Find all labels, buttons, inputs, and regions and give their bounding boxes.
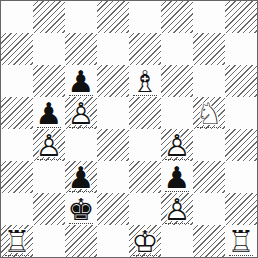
white-king-icon: ♔ <box>129 225 161 257</box>
white-knight-icon: ♘ <box>193 97 225 129</box>
square-h1[interactable]: ♜♖ <box>225 225 257 257</box>
white-pawn[interactable]: ♟♙ <box>65 97 97 129</box>
square-f1[interactable] <box>161 225 193 257</box>
black-pawn-icon: ♟ <box>65 65 97 97</box>
square-c5[interactable]: ♟♙ <box>65 97 97 129</box>
square-c6[interactable]: ♟♟ <box>65 65 97 97</box>
square-b1[interactable] <box>33 225 65 257</box>
square-h3[interactable] <box>225 161 257 193</box>
white-pawn-icon: ♙ <box>161 193 193 225</box>
black-pawn-icon: ♟ <box>33 97 65 129</box>
square-f3[interactable]: ♟♟ <box>161 161 193 193</box>
white-bishop-icon: ♗ <box>129 65 161 97</box>
square-f6[interactable] <box>161 65 193 97</box>
square-b5[interactable]: ♟♟ <box>33 97 65 129</box>
square-e4[interactable] <box>129 129 161 161</box>
square-g3[interactable] <box>193 161 225 193</box>
square-d2[interactable] <box>97 193 129 225</box>
square-f4[interactable]: ♟♙ <box>161 129 193 161</box>
square-b6[interactable] <box>33 65 65 97</box>
white-knight[interactable]: ♞♘ <box>193 97 225 129</box>
square-d7[interactable] <box>97 33 129 65</box>
white-pawn-icon: ♙ <box>33 129 65 161</box>
square-g7[interactable] <box>193 33 225 65</box>
square-h7[interactable] <box>225 33 257 65</box>
square-b7[interactable] <box>33 33 65 65</box>
white-rook-icon: ♖ <box>1 225 33 257</box>
square-g5[interactable]: ♞♘ <box>193 97 225 129</box>
square-d5[interactable] <box>97 97 129 129</box>
square-h4[interactable] <box>225 129 257 161</box>
square-a6[interactable] <box>1 65 33 97</box>
white-king[interactable]: ♚♔ <box>129 225 161 257</box>
square-g8[interactable] <box>193 1 225 33</box>
square-a5[interactable] <box>1 97 33 129</box>
white-bishop[interactable]: ♝♗ <box>129 65 161 97</box>
square-f5[interactable] <box>161 97 193 129</box>
square-d6[interactable] <box>97 65 129 97</box>
white-pawn[interactable]: ♟♙ <box>161 193 193 225</box>
square-e5[interactable] <box>129 97 161 129</box>
chess-board: ♟♟♝♗♟♟♟♙♞♘♟♙♟♙♟♟♟♟♚♚♟♙♜♖♚♔♜♖ <box>0 0 258 258</box>
square-c8[interactable] <box>65 1 97 33</box>
square-d1[interactable] <box>97 225 129 257</box>
square-a7[interactable] <box>1 33 33 65</box>
square-a8[interactable] <box>1 1 33 33</box>
white-pawn[interactable]: ♟♙ <box>161 129 193 161</box>
square-e6[interactable]: ♝♗ <box>129 65 161 97</box>
chess-diagram: ♟♟♝♗♟♟♟♙♞♘♟♙♟♙♟♟♟♟♚♚♟♙♜♖♚♔♜♖ <box>0 0 258 258</box>
black-pawn-icon: ♟ <box>65 161 97 193</box>
square-b8[interactable] <box>33 1 65 33</box>
square-e7[interactable] <box>129 33 161 65</box>
square-a4[interactable] <box>1 129 33 161</box>
square-e3[interactable] <box>129 161 161 193</box>
square-c2[interactable]: ♚♚ <box>65 193 97 225</box>
white-pawn-icon: ♙ <box>65 97 97 129</box>
square-g2[interactable] <box>193 193 225 225</box>
square-c1[interactable] <box>65 225 97 257</box>
white-pawn-icon: ♙ <box>161 129 193 161</box>
square-a3[interactable] <box>1 161 33 193</box>
square-f8[interactable] <box>161 1 193 33</box>
square-b4[interactable]: ♟♙ <box>33 129 65 161</box>
square-a1[interactable]: ♜♖ <box>1 225 33 257</box>
white-rook[interactable]: ♜♖ <box>1 225 33 257</box>
square-g1[interactable] <box>193 225 225 257</box>
square-e2[interactable] <box>129 193 161 225</box>
white-rook-icon: ♖ <box>225 225 257 257</box>
square-d8[interactable] <box>97 1 129 33</box>
black-king[interactable]: ♚♚ <box>65 193 97 225</box>
black-pawn-icon: ♟ <box>161 161 193 193</box>
square-d4[interactable] <box>97 129 129 161</box>
square-h5[interactable] <box>225 97 257 129</box>
square-g4[interactable] <box>193 129 225 161</box>
white-pawn[interactable]: ♟♙ <box>33 129 65 161</box>
square-f7[interactable] <box>161 33 193 65</box>
square-c4[interactable] <box>65 129 97 161</box>
black-pawn[interactable]: ♟♟ <box>161 161 193 193</box>
square-e8[interactable] <box>129 1 161 33</box>
square-c7[interactable] <box>65 33 97 65</box>
square-a2[interactable] <box>1 193 33 225</box>
square-h8[interactable] <box>225 1 257 33</box>
black-pawn[interactable]: ♟♟ <box>65 65 97 97</box>
square-h2[interactable] <box>225 193 257 225</box>
square-b3[interactable] <box>33 161 65 193</box>
black-pawn[interactable]: ♟♟ <box>65 161 97 193</box>
square-e1[interactable]: ♚♔ <box>129 225 161 257</box>
white-rook[interactable]: ♜♖ <box>225 225 257 257</box>
black-pawn[interactable]: ♟♟ <box>33 97 65 129</box>
square-b2[interactable] <box>33 193 65 225</box>
square-c3[interactable]: ♟♟ <box>65 161 97 193</box>
square-g6[interactable] <box>193 65 225 97</box>
black-king-icon: ♚ <box>65 193 97 225</box>
square-f2[interactable]: ♟♙ <box>161 193 193 225</box>
square-h6[interactable] <box>225 65 257 97</box>
square-d3[interactable] <box>97 161 129 193</box>
